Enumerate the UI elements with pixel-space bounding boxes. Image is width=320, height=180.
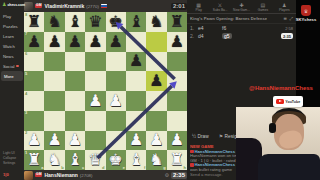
square-d8[interactable]: ♛ (85, 12, 105, 32)
black-player-avatar[interactable] (24, 2, 33, 11)
time-control-badge: 1|0 (3, 172, 9, 177)
footer-link[interactable]: Settings (3, 161, 16, 166)
sidebar-item-more[interactable]: More (1, 71, 23, 81)
square-c2[interactable]: ♟ (65, 131, 85, 151)
black-pawn[interactable]: ♟ (68, 34, 82, 50)
square-f1[interactable]: f♝ (126, 150, 146, 170)
white-pawn[interactable]: ♟ (47, 132, 61, 148)
square-b6[interactable] (44, 52, 64, 72)
black-knight[interactable]: ♞ (149, 14, 163, 30)
tab-play[interactable]: ▦ Play (188, 2, 209, 12)
square-d4[interactable]: ♟ (85, 91, 105, 111)
white-player-avatar[interactable] (24, 171, 33, 180)
square-h2[interactable]: ♟ (167, 131, 187, 151)
white-pawn[interactable]: ♟ (27, 132, 41, 148)
square-f7[interactable] (126, 32, 146, 52)
gear-icon[interactable]: ⚙ (165, 172, 169, 178)
black-pawn[interactable]: ♟ (129, 53, 143, 69)
square-d5[interactable] (85, 71, 105, 91)
sidebar-footer: Light UI Collapse Settings (3, 151, 16, 166)
white-bishop[interactable]: ♝ (68, 152, 82, 168)
square-f8[interactable]: ♝ (126, 12, 146, 32)
black-bishop[interactable]: ♝ (68, 14, 82, 30)
draw-button[interactable]: ½Draw (192, 134, 209, 139)
square-a1[interactable]: 1a♜ (24, 150, 44, 170)
black-clock: 2:01 (171, 3, 187, 10)
book-icon[interactable]: ≣ (284, 16, 288, 21)
square-a8[interactable]: 8♜ (24, 12, 44, 32)
white-player-rating: (2708) (80, 173, 93, 178)
file-label: e (123, 166, 125, 170)
white-pawn[interactable]: ♟ (88, 93, 102, 109)
square-g2[interactable]: ♟ (146, 131, 166, 151)
square-d7[interactable]: ♟ (85, 32, 105, 52)
russia-flag-icon (101, 4, 107, 8)
gm-title-badge: GM (35, 4, 42, 9)
square-c6[interactable] (65, 52, 85, 72)
logo-text: chess.com (7, 3, 25, 7)
stream-frame: ♟ chess.com Play Puzzles Learn Watch New… (0, 0, 320, 180)
square-h7[interactable]: ♟ (167, 32, 187, 52)
square-d6[interactable] (85, 52, 105, 72)
white-player-bar: GM HansNiemann (2708) ⚙ 2:35 (24, 170, 187, 180)
square-h4[interactable] (167, 91, 187, 111)
half-point-icon: ½ (192, 134, 196, 139)
move-white-2[interactable]: d4 (198, 33, 222, 39)
move-white-1[interactable]: e4 (198, 25, 222, 31)
chess-board: 8♜♞♝♛♚♝♞♜7♟♟♟♟♟♟6♟5♟4♟♟32♟♟♟♟♟♟1a♜b♞c♝d♛… (24, 12, 187, 170)
white-pawn[interactable]: ♟ (129, 132, 143, 148)
pawn-logo-icon: ♟ (2, 2, 6, 7)
square-a5[interactable]: 5 (24, 71, 44, 91)
white-pawn[interactable]: ♟ (149, 132, 163, 148)
square-e7[interactable]: ♟ (106, 32, 126, 52)
social-handle: @HansNiemannChess (243, 85, 319, 91)
square-c4[interactable] (65, 91, 85, 111)
rank-label: 5 (25, 72, 27, 76)
move-time-2: 2:35 (281, 33, 293, 39)
white-rook[interactable]: ♜ (170, 152, 184, 168)
square-g4[interactable] (146, 91, 166, 111)
black-pawn[interactable]: ♟ (149, 73, 163, 89)
white-queen[interactable]: ♛ (88, 152, 102, 168)
square-h3[interactable] (167, 111, 187, 131)
black-pawn[interactable]: ♟ (109, 34, 123, 50)
square-b4[interactable] (44, 91, 64, 111)
square-c3[interactable] (65, 111, 85, 131)
youtube-play-icon (276, 99, 284, 105)
square-f2[interactable]: ♟ (126, 131, 146, 151)
file-label: d (102, 166, 104, 170)
rank-label: 4 (25, 92, 27, 96)
square-g3[interactable] (146, 111, 166, 131)
shield-logo-icon: ♕ (301, 5, 311, 16)
rank-label: 7 (25, 32, 27, 36)
file-label: g (163, 166, 165, 170)
square-h8[interactable]: ♜ (167, 12, 187, 32)
square-a2[interactable]: 2♟ (24, 131, 44, 151)
opening-name[interactable]: King's Pawn Opening: Barnes Defense (190, 16, 267, 21)
white-king[interactable]: ♚ (109, 152, 123, 168)
square-a6[interactable]: 6 (24, 52, 44, 72)
black-player-bar: GM VladimirKramnik (2770) 2:01 (24, 0, 187, 12)
sidebar-item-watch[interactable]: Watch (0, 41, 24, 51)
black-player-name[interactable]: VladimirKramnik (44, 3, 84, 9)
black-pawn[interactable]: ♟ (170, 34, 184, 50)
black-bishop[interactable]: ♝ (129, 14, 143, 30)
square-e3[interactable] (106, 111, 126, 131)
square-b3[interactable] (44, 111, 64, 131)
square-b8[interactable]: ♞ (44, 12, 64, 32)
black-queen[interactable]: ♛ (88, 14, 102, 30)
square-b5[interactable] (44, 71, 64, 91)
black-pawn[interactable]: ♟ (27, 34, 41, 50)
brand-name: SKYchess (293, 17, 319, 22)
channel-logo: ♕ SKYchess (293, 5, 319, 22)
webcam-video (236, 107, 320, 180)
sidebar-item-social[interactable]: Social (0, 61, 24, 71)
white-knight[interactable]: ♞ (47, 152, 61, 168)
square-e6[interactable] (106, 52, 126, 72)
square-f3[interactable] (126, 111, 146, 131)
opening-name-row: King's Pawn Opening: Barnes Defense ≣ ⤢ (187, 14, 296, 24)
rank-label: 2 (25, 131, 27, 135)
sidebar-item-play[interactable]: Play (0, 11, 24, 21)
black-pawn[interactable]: ♟ (47, 34, 61, 50)
square-h5[interactable] (167, 71, 187, 91)
square-g1[interactable]: g♞ (146, 150, 166, 170)
square-e8[interactable]: ♚ (106, 12, 126, 32)
black-pawn[interactable]: ♟ (88, 34, 102, 50)
youtube-button[interactable]: YouTube (273, 96, 303, 107)
square-e5[interactable] (106, 71, 126, 91)
square-d3[interactable] (85, 111, 105, 131)
square-d2[interactable] (85, 131, 105, 151)
white-knight[interactable]: ♞ (149, 152, 163, 168)
move-time-1: 2:58 (285, 26, 293, 31)
square-b1[interactable]: b♞ (44, 150, 64, 170)
square-g6[interactable] (146, 52, 166, 72)
sidebar-item-learn[interactable]: Learn (0, 31, 24, 41)
black-rook[interactable]: ♜ (170, 14, 184, 30)
square-e2[interactable] (106, 131, 126, 151)
square-e1[interactable]: e♚ (106, 150, 126, 170)
file-label: h (184, 166, 186, 170)
square-g5[interactable]: ♟ (146, 71, 166, 91)
sidebar-item-news[interactable]: News (0, 51, 24, 61)
white-pawn[interactable]: ♟ (109, 93, 123, 109)
file-label: a (41, 166, 43, 170)
chat-input[interactable]: Send a message. (190, 172, 223, 177)
square-a4[interactable]: 4 (24, 91, 44, 111)
move-row-2: 2. d4 g5 2:35 (187, 32, 296, 40)
white-clock: 2:35 (171, 172, 187, 179)
black-king[interactable]: ♚ (109, 14, 123, 30)
sidebar: ♟ chess.com Play Puzzles Learn Watch New… (0, 0, 24, 180)
sidebar-item-puzzles[interactable]: Puzzles (0, 21, 24, 31)
square-h1[interactable]: h♜ (167, 150, 187, 170)
rank-label: 1 (25, 151, 27, 155)
rank-label: 8 (25, 13, 27, 17)
white-pawn[interactable]: ♟ (170, 132, 184, 148)
square-f4[interactable] (126, 91, 146, 111)
white-player-name[interactable]: HansNiemann (44, 172, 77, 178)
social-badge-dot (16, 65, 19, 68)
square-f5[interactable] (126, 71, 146, 91)
tab-players[interactable]: ♟ Players (274, 2, 295, 12)
chesscom-logo[interactable]: ♟ chess.com (0, 0, 24, 7)
square-f6[interactable]: ♟ (126, 52, 146, 72)
headphone-earcup (269, 123, 276, 133)
square-g7[interactable] (146, 32, 166, 52)
white-rook[interactable]: ♜ (27, 152, 41, 168)
file-label: b (61, 166, 63, 170)
streamer-body (258, 154, 320, 180)
rank-label: 3 (25, 111, 27, 115)
move-black-2-current[interactable]: g5 (222, 33, 232, 39)
flag-icon: ⚑ (219, 134, 223, 139)
file-label: f (144, 166, 145, 170)
square-e4[interactable]: ♟ (106, 91, 126, 111)
panel-tabs: ▦ Play ⚔ Subs Ba... ✚ New Gam... ▤ Games… (187, 0, 296, 14)
square-b2[interactable]: ♟ (44, 131, 64, 151)
rank-label: 6 (25, 52, 27, 56)
square-b7[interactable]: ♟ (44, 32, 64, 52)
square-d1[interactable]: d♛ (85, 150, 105, 170)
square-a3[interactable]: 3 (24, 111, 44, 131)
streamer-badge-icon (190, 163, 194, 167)
square-c5[interactable] (65, 71, 85, 91)
move-row-1: 1. e4 f6 2:58 (187, 24, 296, 32)
tab-games[interactable]: ▤ Games (252, 2, 273, 12)
square-c1[interactable]: c♝ (65, 150, 85, 170)
square-h6[interactable] (167, 52, 187, 72)
move-black-1[interactable]: f6 (222, 25, 246, 31)
black-rook[interactable]: ♜ (27, 14, 41, 30)
tab-subs-battle[interactable]: ⚔ Subs Ba... (209, 2, 230, 12)
square-c7[interactable]: ♟ (65, 32, 85, 52)
file-label: c (82, 166, 84, 170)
black-player-rating: (2770) (86, 4, 99, 9)
square-a7[interactable]: 7♟ (24, 32, 44, 52)
square-g8[interactable]: ♞ (146, 12, 166, 32)
white-bishop[interactable]: ♝ (129, 152, 143, 168)
gm-title-badge: GM (35, 173, 42, 178)
black-knight[interactable]: ♞ (47, 14, 61, 30)
streamer-badge-icon (190, 150, 194, 154)
tab-new-game[interactable]: ✚ New Gam... (231, 2, 252, 12)
white-pawn[interactable]: ♟ (68, 132, 82, 148)
square-c8[interactable]: ♝ (65, 12, 85, 32)
